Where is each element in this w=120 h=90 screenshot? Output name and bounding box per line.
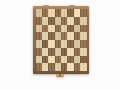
square-h5[interactable] [80,32,86,40]
board-grid [36,9,87,71]
square-h3[interactable] [80,48,86,56]
square-h2[interactable] [80,56,86,64]
brass-clasp-icon [56,74,64,78]
chess-board [33,6,89,74]
square-h6[interactable] [80,25,86,33]
square-h4[interactable] [80,40,86,48]
square-h1[interactable] [80,63,86,71]
chessboard-photo [0,0,120,90]
square-h8[interactable] [80,9,86,17]
square-h7[interactable] [80,17,86,25]
